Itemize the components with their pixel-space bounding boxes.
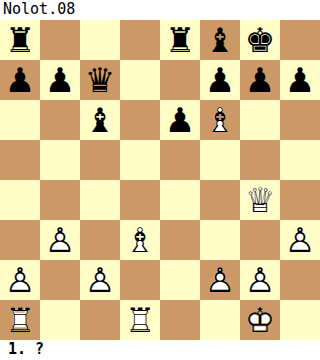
white-pawn-outline-glyph: ♙ xyxy=(240,260,280,300)
square-h3[interactable]: ♟♙ xyxy=(280,220,320,260)
piece-black-pawn: ♟ xyxy=(40,60,80,100)
square-d7[interactable] xyxy=(120,60,160,100)
white-bishop-outline-glyph: ♗ xyxy=(200,100,240,140)
square-c8[interactable] xyxy=(80,20,120,60)
square-a4[interactable] xyxy=(0,180,40,220)
black-pawn-glyph: ♟ xyxy=(280,60,320,100)
square-b2[interactable] xyxy=(40,260,80,300)
square-d2[interactable] xyxy=(120,260,160,300)
square-h2[interactable] xyxy=(280,260,320,300)
square-e2[interactable] xyxy=(160,260,200,300)
square-g1[interactable]: ♚♔ xyxy=(240,300,280,340)
piece-white-queen: ♛♕ xyxy=(240,180,280,220)
black-rook-glyph: ♜ xyxy=(160,20,200,60)
square-g8[interactable]: ♚ xyxy=(240,20,280,60)
square-g4[interactable]: ♛♕ xyxy=(240,180,280,220)
square-c3[interactable] xyxy=(80,220,120,260)
black-pawn-glyph: ♟ xyxy=(240,60,280,100)
square-f7[interactable]: ♟ xyxy=(200,60,240,100)
square-c4[interactable] xyxy=(80,180,120,220)
square-f1[interactable] xyxy=(200,300,240,340)
white-pawn-outline-glyph: ♙ xyxy=(200,260,240,300)
black-bishop-glyph: ♝ xyxy=(80,100,120,140)
square-b4[interactable] xyxy=(40,180,80,220)
piece-white-pawn: ♟♙ xyxy=(280,220,320,260)
square-d5[interactable] xyxy=(120,140,160,180)
white-bishop-outline-glyph: ♗ xyxy=(120,220,160,260)
piece-black-rook: ♜ xyxy=(160,20,200,60)
square-h7[interactable]: ♟ xyxy=(280,60,320,100)
piece-white-pawn: ♟♙ xyxy=(80,260,120,300)
piece-black-pawn: ♟ xyxy=(160,100,200,140)
black-king-glyph: ♚ xyxy=(240,20,280,60)
white-king-outline-glyph: ♔ xyxy=(240,300,280,340)
square-e8[interactable]: ♜ xyxy=(160,20,200,60)
black-rook-glyph: ♜ xyxy=(0,20,40,60)
square-e3[interactable] xyxy=(160,220,200,260)
square-h1[interactable] xyxy=(280,300,320,340)
square-c1[interactable] xyxy=(80,300,120,340)
square-g5[interactable] xyxy=(240,140,280,180)
square-e1[interactable] xyxy=(160,300,200,340)
square-g3[interactable] xyxy=(240,220,280,260)
piece-black-king: ♚ xyxy=(240,20,280,60)
square-g6[interactable] xyxy=(240,100,280,140)
piece-white-pawn: ♟♙ xyxy=(0,260,40,300)
square-f4[interactable] xyxy=(200,180,240,220)
square-c6[interactable]: ♝ xyxy=(80,100,120,140)
piece-white-rook: ♜♖ xyxy=(120,300,160,340)
square-e5[interactable] xyxy=(160,140,200,180)
black-queen-glyph: ♛ xyxy=(80,60,120,100)
black-pawn-glyph: ♟ xyxy=(200,60,240,100)
square-b3[interactable]: ♟♙ xyxy=(40,220,80,260)
black-pawn-glyph: ♟ xyxy=(40,60,80,100)
window-title: Nolot.08 xyxy=(0,0,320,20)
square-h6[interactable] xyxy=(280,100,320,140)
square-a3[interactable] xyxy=(0,220,40,260)
square-e4[interactable] xyxy=(160,180,200,220)
square-a8[interactable]: ♜ xyxy=(0,20,40,60)
square-h5[interactable] xyxy=(280,140,320,180)
square-f5[interactable] xyxy=(200,140,240,180)
square-b8[interactable] xyxy=(40,20,80,60)
piece-white-king: ♚♔ xyxy=(240,300,280,340)
square-e7[interactable] xyxy=(160,60,200,100)
piece-white-rook: ♜♖ xyxy=(0,300,40,340)
piece-black-pawn: ♟ xyxy=(200,60,240,100)
square-h4[interactable] xyxy=(280,180,320,220)
white-pawn-outline-glyph: ♙ xyxy=(80,260,120,300)
square-b1[interactable] xyxy=(40,300,80,340)
square-d3[interactable]: ♝♗ xyxy=(120,220,160,260)
square-c2[interactable]: ♟♙ xyxy=(80,260,120,300)
piece-black-pawn: ♟ xyxy=(0,60,40,100)
square-g2[interactable]: ♟♙ xyxy=(240,260,280,300)
piece-white-pawn: ♟♙ xyxy=(200,260,240,300)
square-c7[interactable]: ♛ xyxy=(80,60,120,100)
square-f6[interactable]: ♝♗ xyxy=(200,100,240,140)
white-rook-outline-glyph: ♖ xyxy=(120,300,160,340)
piece-black-bishop: ♝ xyxy=(200,20,240,60)
square-a6[interactable] xyxy=(0,100,40,140)
square-d4[interactable] xyxy=(120,180,160,220)
black-pawn-glyph: ♟ xyxy=(160,100,200,140)
square-a2[interactable]: ♟♙ xyxy=(0,260,40,300)
square-b6[interactable] xyxy=(40,100,80,140)
square-h8[interactable] xyxy=(280,20,320,60)
square-a1[interactable]: ♜♖ xyxy=(0,300,40,340)
move-prompt: 1. ? xyxy=(0,340,320,360)
square-e6[interactable]: ♟ xyxy=(160,100,200,140)
piece-black-pawn: ♟ xyxy=(240,60,280,100)
square-f3[interactable] xyxy=(200,220,240,260)
square-d6[interactable] xyxy=(120,100,160,140)
square-c5[interactable] xyxy=(80,140,120,180)
white-queen-outline-glyph: ♕ xyxy=(240,180,280,220)
piece-white-bishop: ♝♗ xyxy=(120,220,160,260)
black-pawn-glyph: ♟ xyxy=(0,60,40,100)
black-bishop-glyph: ♝ xyxy=(200,20,240,60)
square-b5[interactable] xyxy=(40,140,80,180)
piece-black-rook: ♜ xyxy=(0,20,40,60)
square-b7[interactable]: ♟ xyxy=(40,60,80,100)
white-rook-outline-glyph: ♖ xyxy=(0,300,40,340)
chess-board: ♜♜♝♚♟♟♛♟♟♟♝♟♝♗♛♕♟♙♝♗♟♙♟♙♟♙♟♙♟♙♜♖♜♖♚♔ xyxy=(0,20,320,340)
piece-white-bishop: ♝♗ xyxy=(200,100,240,140)
square-f8[interactable]: ♝ xyxy=(200,20,240,60)
piece-white-pawn: ♟♙ xyxy=(240,260,280,300)
piece-black-pawn: ♟ xyxy=(280,60,320,100)
piece-black-queen: ♛ xyxy=(80,60,120,100)
square-a7[interactable]: ♟ xyxy=(0,60,40,100)
square-d1[interactable]: ♜♖ xyxy=(120,300,160,340)
piece-black-bishop: ♝ xyxy=(80,100,120,140)
piece-white-pawn: ♟♙ xyxy=(40,220,80,260)
white-pawn-outline-glyph: ♙ xyxy=(280,220,320,260)
white-pawn-outline-glyph: ♙ xyxy=(0,260,40,300)
square-g7[interactable]: ♟ xyxy=(240,60,280,100)
square-d8[interactable] xyxy=(120,20,160,60)
white-pawn-outline-glyph: ♙ xyxy=(40,220,80,260)
square-f2[interactable]: ♟♙ xyxy=(200,260,240,300)
square-a5[interactable] xyxy=(0,140,40,180)
